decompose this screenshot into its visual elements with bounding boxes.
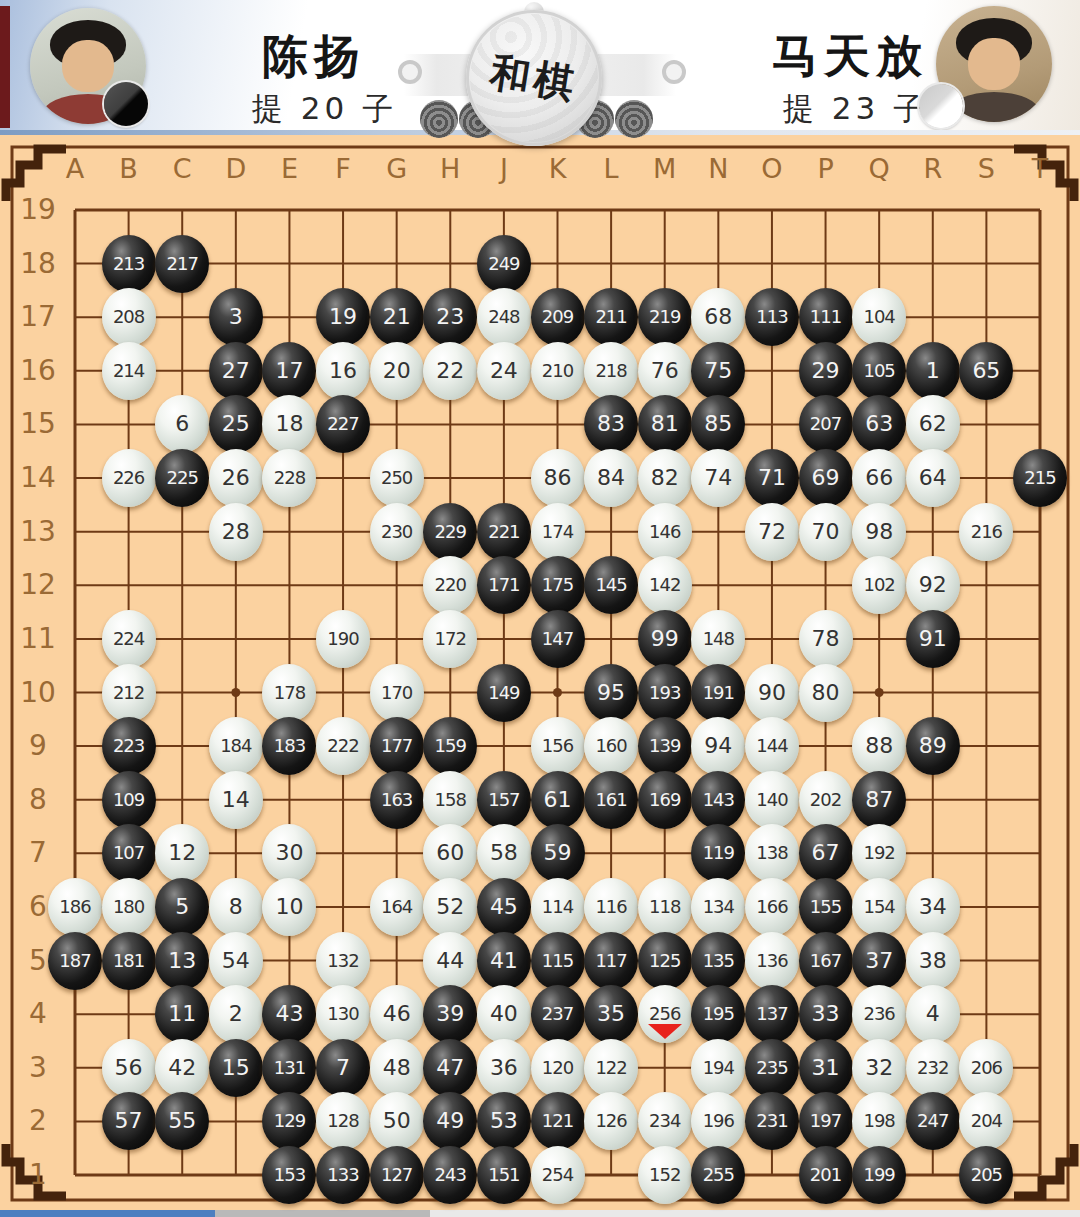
stone-white-56: 56 (102, 1039, 156, 1097)
stone-black-193: 193 (638, 664, 692, 722)
stone-white-80: 80 (799, 664, 853, 722)
stone-black-255: 255 (691, 1146, 745, 1204)
stone-white-216: 216 (959, 503, 1013, 561)
stone-white-234: 234 (638, 1092, 692, 1150)
stone-black-187: 187 (48, 932, 102, 990)
stone-white-88: 88 (852, 717, 906, 775)
row-label-12: 12 (12, 568, 64, 601)
stone-black-17: 17 (262, 342, 316, 400)
ribbon-curl-right-icon (662, 60, 686, 84)
stone-white-72: 72 (745, 503, 799, 561)
col-label-R: R (923, 153, 942, 184)
stone-white-28: 28 (209, 503, 263, 561)
stone-black-109: 109 (102, 771, 156, 829)
stone-white-212: 212 (102, 664, 156, 722)
row-label-8: 8 (12, 783, 64, 816)
stone-black-29: 29 (799, 342, 853, 400)
white-player-captures: 提 23 子 (783, 88, 928, 130)
row-label-10: 10 (12, 676, 64, 709)
col-label-B: B (119, 153, 138, 184)
stone-white-24: 24 (477, 342, 531, 400)
white-player-name: 马天放 (772, 26, 928, 88)
row-label-1: 1 (12, 1158, 64, 1191)
ribbon-curl-left-icon (398, 60, 422, 84)
col-label-J: J (500, 153, 508, 184)
stone-black-135: 135 (691, 932, 745, 990)
stone-black-217: 217 (155, 235, 209, 293)
stone-black-37: 37 (852, 932, 906, 990)
stone-black-225: 225 (155, 449, 209, 507)
stone-black-27: 27 (209, 342, 263, 400)
stone-black-87: 87 (852, 771, 906, 829)
row-label-16: 16 (12, 354, 64, 387)
stone-black-169: 169 (638, 771, 692, 829)
col-label-C: C (173, 153, 192, 184)
stone-black-229: 229 (423, 503, 477, 561)
stone-black-223: 223 (102, 717, 156, 775)
stone-white-58: 58 (477, 824, 531, 882)
stone-black-177: 177 (370, 717, 424, 775)
stone-white-148: 148 (691, 610, 745, 668)
stone-black-199: 199 (852, 1146, 906, 1204)
stone-black-45: 45 (477, 878, 531, 936)
stone-white-172: 172 (423, 610, 477, 668)
stone-black-213: 213 (102, 235, 156, 293)
stone-white-190: 190 (316, 610, 370, 668)
go-board[interactable]: ABCDEFGHJKLMNOPQRST191817161514131211109… (0, 135, 1080, 1210)
stone-black-75: 75 (691, 342, 745, 400)
stone-black-145: 145 (584, 556, 638, 614)
stone-white-116: 116 (584, 878, 638, 936)
header: 陈扬 提 20 子 和棋 马天放 提 23 子 (0, 0, 1080, 130)
stone-black-91: 91 (906, 610, 960, 668)
stone-white-20: 20 (370, 342, 424, 400)
stone-black-137: 137 (745, 985, 799, 1043)
stone-black-125: 125 (638, 932, 692, 990)
stone-white-186: 186 (48, 878, 102, 936)
stone-black-191: 191 (691, 664, 745, 722)
stone-white-158: 158 (423, 771, 477, 829)
col-label-K: K (549, 153, 567, 184)
stone-black-151: 151 (477, 1146, 531, 1204)
black-stone-badge-icon (104, 82, 148, 126)
stone-black-121: 121 (531, 1092, 585, 1150)
stone-white-130: 130 (316, 985, 370, 1043)
stone-black-215: 215 (1013, 449, 1067, 507)
stone-white-144: 144 (745, 717, 799, 775)
row-label-15: 15 (12, 407, 64, 440)
col-label-G: G (386, 153, 407, 184)
stone-black-57: 57 (102, 1092, 156, 1150)
stone-black-127: 127 (370, 1146, 424, 1204)
black-player-captures: 提 20 子 (252, 88, 397, 130)
header-left-accent (0, 6, 10, 128)
stone-white-250: 250 (370, 449, 424, 507)
stone-white-226: 226 (102, 449, 156, 507)
stone-black-25: 25 (209, 395, 263, 453)
stone-black-1: 1 (906, 342, 960, 400)
stone-black-159: 159 (423, 717, 477, 775)
stone-white-34: 34 (906, 878, 960, 936)
stone-black-219: 219 (638, 288, 692, 346)
stone-white-118: 118 (638, 878, 692, 936)
stone-black-13: 13 (155, 932, 209, 990)
stone-white-256: 256 (638, 985, 692, 1043)
stone-white-214: 214 (102, 342, 156, 400)
stone-white-14: 14 (209, 771, 263, 829)
stone-white-114: 114 (531, 878, 585, 936)
stone-white-4: 4 (906, 985, 960, 1043)
stone-white-142: 142 (638, 556, 692, 614)
stone-white-232: 232 (906, 1039, 960, 1097)
stone-black-249: 249 (477, 235, 531, 293)
stone-white-76: 76 (638, 342, 692, 400)
stone-black-155: 155 (799, 878, 853, 936)
stone-black-107: 107 (102, 824, 156, 882)
col-label-F: F (335, 153, 351, 184)
stone-white-44: 44 (423, 932, 477, 990)
stone-white-184: 184 (209, 717, 263, 775)
stone-black-81: 81 (638, 395, 692, 453)
stone-white-22: 22 (423, 342, 477, 400)
avatar-face (968, 38, 1019, 89)
stone-black-117: 117 (584, 932, 638, 990)
stone-black-3: 3 (209, 288, 263, 346)
stone-white-230: 230 (370, 503, 424, 561)
stone-black-133: 133 (316, 1146, 370, 1204)
stone-white-134: 134 (691, 878, 745, 936)
stone-black-181: 181 (102, 932, 156, 990)
stone-white-40: 40 (477, 985, 531, 1043)
stone-white-222: 222 (316, 717, 370, 775)
col-label-H: H (440, 153, 460, 184)
stone-white-62: 62 (906, 395, 960, 453)
row-label-13: 13 (12, 515, 64, 548)
stone-white-120: 120 (531, 1039, 585, 1097)
stone-black-15: 15 (209, 1039, 263, 1097)
stone-white-2: 2 (209, 985, 263, 1043)
stone-white-52: 52 (423, 878, 477, 936)
stone-white-104: 104 (852, 288, 906, 346)
result-medallion: 和棋 (466, 10, 602, 146)
stone-black-207: 207 (799, 395, 853, 453)
col-label-A: A (66, 153, 84, 184)
stone-black-243: 243 (423, 1146, 477, 1204)
stone-black-69: 69 (799, 449, 853, 507)
stone-white-180: 180 (102, 878, 156, 936)
stone-black-247: 247 (906, 1092, 960, 1150)
row-label-18: 18 (12, 247, 64, 280)
col-label-O: O (761, 153, 782, 184)
stone-black-167: 167 (799, 932, 853, 990)
stone-black-111: 111 (799, 288, 853, 346)
avatar-face (62, 40, 113, 91)
stone-black-67: 67 (799, 824, 853, 882)
col-label-P: P (817, 153, 833, 184)
stone-black-231: 231 (745, 1092, 799, 1150)
stone-white-140: 140 (745, 771, 799, 829)
stone-white-90: 90 (745, 664, 799, 722)
stone-white-98: 98 (852, 503, 906, 561)
col-label-N: N (708, 153, 728, 184)
stone-black-35: 35 (584, 985, 638, 1043)
stone-black-7: 7 (316, 1039, 370, 1097)
stone-black-31: 31 (799, 1039, 853, 1097)
stone-black-147: 147 (531, 610, 585, 668)
stone-black-105: 105 (852, 342, 906, 400)
stone-white-146: 146 (638, 503, 692, 561)
stone-black-89: 89 (906, 717, 960, 775)
stone-white-248: 248 (477, 288, 531, 346)
stone-white-156: 156 (531, 717, 585, 775)
col-label-L: L (604, 153, 619, 184)
stone-white-210: 210 (531, 342, 585, 400)
progress-segment-0 (0, 1210, 215, 1217)
stone-white-84: 84 (584, 449, 638, 507)
row-label-2: 2 (12, 1104, 64, 1137)
row-label-4: 4 (12, 997, 64, 1030)
stone-white-208: 208 (102, 288, 156, 346)
stone-black-143: 143 (691, 771, 745, 829)
stone-black-175: 175 (531, 556, 585, 614)
stone-white-92: 92 (906, 556, 960, 614)
stone-black-59: 59 (531, 824, 585, 882)
stone-black-235: 235 (745, 1039, 799, 1097)
stone-black-65: 65 (959, 342, 1013, 400)
stone-white-160: 160 (584, 717, 638, 775)
stone-white-42: 42 (155, 1039, 209, 1097)
stone-black-131: 131 (262, 1039, 316, 1097)
black-player-name: 陈扬 (262, 26, 366, 88)
stone-white-48: 48 (370, 1039, 424, 1097)
stone-white-236: 236 (852, 985, 906, 1043)
stone-black-163: 163 (370, 771, 424, 829)
stone-black-41: 41 (477, 932, 531, 990)
stone-black-211: 211 (584, 288, 638, 346)
stone-white-136: 136 (745, 932, 799, 990)
stone-white-132: 132 (316, 932, 370, 990)
col-label-Q: Q (869, 153, 890, 184)
col-label-E: E (281, 153, 298, 184)
stone-black-47: 47 (423, 1039, 477, 1097)
stone-black-205: 205 (959, 1146, 1013, 1204)
stone-black-237: 237 (531, 985, 585, 1043)
stone-black-11: 11 (155, 985, 209, 1043)
stone-white-152: 152 (638, 1146, 692, 1204)
stone-black-171: 171 (477, 556, 531, 614)
stone-white-218: 218 (584, 342, 638, 400)
stone-white-46: 46 (370, 985, 424, 1043)
stone-black-21: 21 (370, 288, 424, 346)
stone-white-64: 64 (906, 449, 960, 507)
progress-segment-1 (215, 1210, 430, 1217)
row-label-9: 9 (12, 729, 64, 762)
stone-black-33: 33 (799, 985, 853, 1043)
row-label-3: 3 (12, 1051, 64, 1084)
stone-white-36: 36 (477, 1039, 531, 1097)
row-label-19: 19 (12, 193, 64, 226)
stone-white-54: 54 (209, 932, 263, 990)
white-stone-badge-icon (919, 84, 963, 128)
stone-white-202: 202 (799, 771, 853, 829)
stone-black-221: 221 (477, 503, 531, 561)
stone-black-201: 201 (799, 1146, 853, 1204)
stone-white-82: 82 (638, 449, 692, 507)
stone-white-10: 10 (262, 878, 316, 936)
stone-white-138: 138 (745, 824, 799, 882)
col-label-M: M (653, 153, 676, 184)
go-game-viewer: 陈扬 提 20 子 和棋 马天放 提 23 子 ABCDEFGHJKLMNOPQ… (0, 0, 1080, 1217)
stone-white-74: 74 (691, 449, 745, 507)
stone-white-38: 38 (906, 932, 960, 990)
stone-black-99: 99 (638, 610, 692, 668)
col-label-T: T (1032, 153, 1049, 184)
col-label-S: S (978, 153, 995, 184)
stone-white-70: 70 (799, 503, 853, 561)
stone-white-66: 66 (852, 449, 906, 507)
stone-black-5: 5 (155, 878, 209, 936)
stone-white-206: 206 (959, 1039, 1013, 1097)
stone-white-178: 178 (262, 664, 316, 722)
row-label-17: 17 (12, 300, 64, 333)
stone-white-154: 154 (852, 878, 906, 936)
progress-bar[interactable] (0, 1210, 1080, 1217)
stone-white-50: 50 (370, 1092, 424, 1150)
stone-white-16: 16 (316, 342, 370, 400)
stone-white-224: 224 (102, 610, 156, 668)
stone-black-19: 19 (316, 288, 370, 346)
stone-white-194: 194 (691, 1039, 745, 1097)
stone-white-32: 32 (852, 1039, 906, 1097)
stone-black-61: 61 (531, 771, 585, 829)
stone-white-170: 170 (370, 664, 424, 722)
stone-white-86: 86 (531, 449, 585, 507)
row-label-11: 11 (12, 622, 64, 655)
stone-white-164: 164 (370, 878, 424, 936)
stone-black-95: 95 (584, 664, 638, 722)
last-move-marker-icon (648, 1024, 682, 1039)
stone-white-8: 8 (209, 878, 263, 936)
stone-black-71: 71 (745, 449, 799, 507)
result-label: 和棋 (486, 44, 582, 112)
stone-white-254: 254 (531, 1146, 585, 1204)
stone-white-78: 78 (799, 610, 853, 668)
col-label-D: D (225, 153, 246, 184)
stone-white-174: 174 (531, 503, 585, 561)
stone-black-113: 113 (745, 288, 799, 346)
stone-black-161: 161 (584, 771, 638, 829)
row-label-7: 7 (12, 836, 64, 869)
stone-white-122: 122 (584, 1039, 638, 1097)
stone-black-157: 157 (477, 771, 531, 829)
stone-black-53: 53 (477, 1092, 531, 1150)
stone-black-197: 197 (799, 1092, 853, 1150)
stone-white-26: 26 (209, 449, 263, 507)
stone-black-115: 115 (531, 932, 585, 990)
row-label-14: 14 (12, 461, 64, 494)
stone-white-166: 166 (745, 878, 799, 936)
stone-black-209: 209 (531, 288, 585, 346)
stone-black-139: 139 (638, 717, 692, 775)
progress-segment-2 (430, 1210, 1080, 1217)
stone-black-149: 149 (477, 664, 531, 722)
